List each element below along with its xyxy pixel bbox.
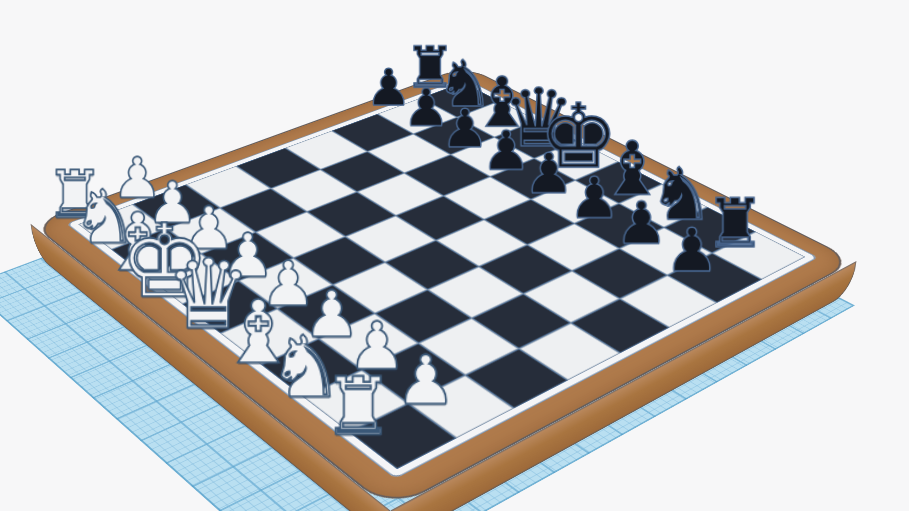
white-rook-glyph: ♜ <box>322 366 393 446</box>
scene-3d: ♜♞♝♛♚♝♞♜♟♟♟♟♟♟♟♟♟♟♟♟♟♟♟♟♜♞♝♚♛♝♞♜ <box>0 0 909 511</box>
black-pawn-glyph: ♟ <box>665 220 719 280</box>
white-pawn-glyph: ♟ <box>395 347 456 415</box>
viewport: ♜♞♝♛♚♝♞♜♟♟♟♟♟♟♟♟♟♟♟♟♟♟♟♟♜♞♝♚♛♝♞♜ <box>0 0 909 511</box>
black-pawn-glyph: ♟ <box>569 170 620 227</box>
black-pawn-glyph: ♟ <box>524 146 574 202</box>
black-pawn-glyph: ♟ <box>616 194 669 253</box>
